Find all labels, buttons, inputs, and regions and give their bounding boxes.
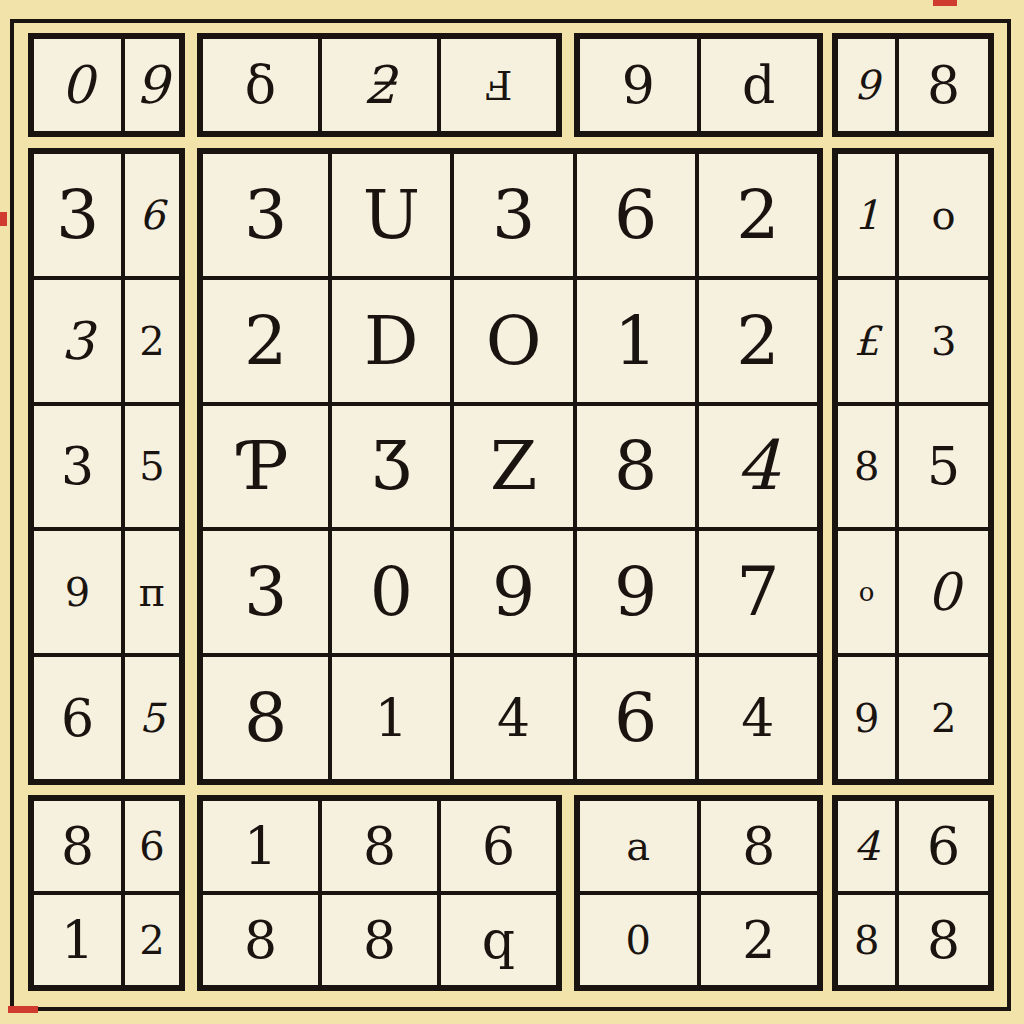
red-mark-top: [933, 0, 957, 6]
cell-r7c1: 8: [34, 801, 121, 891]
cell-r7c7: 8: [701, 801, 818, 891]
cell-r7c2: 6: [125, 801, 179, 891]
page-background: 09 δƻF 9d 98 3632359п65 3U3622DO12ƤƷZ843…: [0, 0, 1024, 1024]
cell-r5c9: 0: [899, 531, 988, 653]
block-middle-center: 3U3622DO12ƤƷZ843099781464: [197, 148, 823, 785]
block-top-mid-left: δƻF: [197, 33, 562, 137]
block-bottom-mid-left: 18688q: [197, 795, 562, 991]
block-bottom-left: 8612: [28, 795, 185, 991]
cell-r4c8: 8: [838, 406, 895, 528]
cell-r8c8: 8: [838, 895, 895, 985]
cell-r7c3: 1: [203, 801, 318, 891]
cell-r5c6: 9: [577, 531, 695, 653]
cell-r5c4: 0: [332, 531, 450, 653]
cell-r1c6: 9: [580, 39, 697, 131]
cell-r7c5: 6: [441, 801, 556, 891]
cell-r2c8: 1: [838, 154, 895, 276]
cell-r1c8: 9: [838, 39, 895, 131]
cell-r2c5: 3: [454, 154, 572, 276]
cell-r5c3: 3: [203, 531, 328, 653]
cell-r8c5: q: [441, 895, 556, 985]
cell-r3c9: 3: [899, 280, 988, 402]
cell-r6c2: 5: [125, 657, 179, 779]
cell-r4c9: 5: [899, 406, 988, 528]
block-middle-left: 3632359п65: [28, 148, 185, 785]
cell-r5c8: o: [838, 531, 895, 653]
cell-r6c1: 6: [34, 657, 121, 779]
cell-r1c3: δ: [203, 39, 318, 131]
cell-r5c5: 9: [454, 531, 572, 653]
cell-r6c5: 4: [454, 657, 572, 779]
cell-r4c4: Ʒ: [332, 406, 450, 528]
cell-r5c2: п: [125, 531, 179, 653]
cell-r2c2: 6: [125, 154, 179, 276]
red-mark-bottom-left: [8, 1006, 38, 1013]
cell-r8c7: 2: [701, 895, 818, 985]
cell-r2c9: o: [899, 154, 988, 276]
cell-r2c7: 2: [699, 154, 817, 276]
cell-r4c7: 4: [699, 406, 817, 528]
cell-r7c6: a: [580, 801, 697, 891]
block-bottom-mid-right: a802: [574, 795, 823, 991]
cell-r2c1: 3: [34, 154, 121, 276]
cell-r6c7: 4: [699, 657, 817, 779]
cell-r2c6: 6: [577, 154, 695, 276]
cell-r4c2: 5: [125, 406, 179, 528]
cell-r1c4: ƻ: [322, 39, 437, 131]
block-bottom-right: 4688: [832, 795, 994, 991]
cell-r1c9: 8: [899, 39, 988, 131]
cell-r7c4: 8: [322, 801, 437, 891]
cell-r8c6: 0: [580, 895, 697, 985]
cell-r6c4: 1: [332, 657, 450, 779]
cell-r8c3: 8: [203, 895, 318, 985]
cell-r5c1: 9: [34, 531, 121, 653]
cell-r3c7: 2: [699, 280, 817, 402]
cell-r1c5: F: [441, 39, 556, 131]
block-top-left: 09: [28, 33, 185, 137]
cell-r3c6: 1: [577, 280, 695, 402]
cell-r8c2: 2: [125, 895, 179, 985]
block-top-mid-right: 9d: [574, 33, 823, 137]
cell-r4c6: 8: [577, 406, 695, 528]
cell-r4c3: Ƥ: [203, 406, 328, 528]
cell-r1c1: 0: [34, 39, 121, 131]
cell-r3c8: £: [838, 280, 895, 402]
block-middle-right: 1o£385o092: [832, 148, 994, 785]
cell-r3c4: D: [332, 280, 450, 402]
cell-r4c1: 3: [34, 406, 121, 528]
cell-r7c9: 6: [899, 801, 988, 891]
cell-r3c5: O: [454, 280, 572, 402]
red-mark-left-edge: [0, 212, 7, 226]
cell-r1c2: 9: [125, 39, 179, 131]
cell-r2c4: U: [332, 154, 450, 276]
cell-r4c5: Z: [454, 406, 572, 528]
cell-r6c9: 2: [899, 657, 988, 779]
cell-r7c8: 4: [838, 801, 895, 891]
cell-r3c2: 2: [125, 280, 179, 402]
cell-r3c1: 3: [34, 280, 121, 402]
cell-r3c3: 2: [203, 280, 328, 402]
cell-r6c8: 9: [838, 657, 895, 779]
cell-r8c4: 8: [322, 895, 437, 985]
cell-r6c6: 6: [577, 657, 695, 779]
cell-r1c7: d: [701, 39, 818, 131]
cell-r6c3: 8: [203, 657, 328, 779]
cell-r5c7: 7: [699, 531, 817, 653]
block-top-right: 98: [832, 33, 994, 137]
cell-r2c3: 3: [203, 154, 328, 276]
cell-r8c1: 1: [34, 895, 121, 985]
cell-r8c9: 8: [899, 895, 988, 985]
